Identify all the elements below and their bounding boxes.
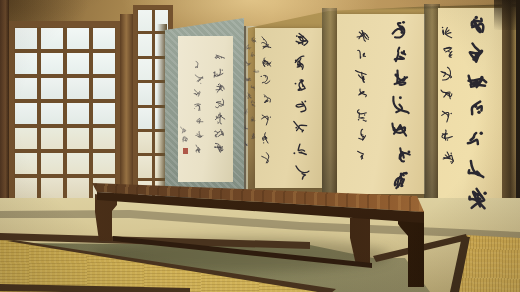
tatami-room-photo — [0, 0, 520, 292]
low-wooden-table — [84, 178, 428, 290]
ceiling-shadow — [494, 0, 520, 30]
calligraphy-column — [251, 36, 258, 139]
calligraphy-column — [390, 19, 411, 190]
calligraphy-column — [440, 24, 455, 165]
calligraphy-column — [354, 28, 369, 163]
calligraphy-column — [465, 13, 488, 210]
calligraphy-column — [244, 44, 251, 147]
door-jamb — [0, 0, 9, 220]
calligraphy-column — [181, 126, 189, 143]
calligraphy-column — [213, 52, 226, 155]
calligraphy-column — [293, 32, 310, 181]
calligraphy-column — [260, 36, 274, 164]
artist-seal — [183, 148, 188, 154]
calligraphy-column — [193, 60, 204, 155]
